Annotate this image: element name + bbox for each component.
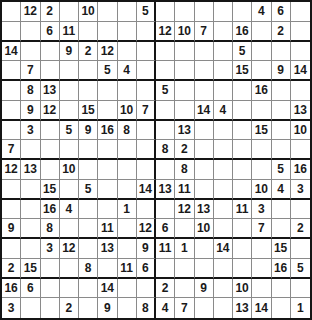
cell-r5c11-empty[interactable] (195, 81, 214, 101)
cell-r3c13-given-5[interactable]: 5 (233, 42, 252, 62)
cell-r12c16-given-2[interactable]: 2 (291, 219, 310, 239)
cell-r15c15-empty[interactable] (272, 279, 291, 299)
cell-r4c5-empty[interactable] (79, 61, 98, 81)
cell-r13c16-empty[interactable] (291, 239, 310, 259)
cell-r14c3-empty[interactable] (41, 259, 60, 279)
cell-r8c10-given-2[interactable]: 2 (175, 140, 194, 160)
cell-r7c4-given-5[interactable]: 5 (60, 121, 79, 141)
cell-r7c14-given-15[interactable]: 15 (252, 121, 271, 141)
cell-r2c15-given-2[interactable]: 2 (272, 22, 291, 42)
cell-r13c10-given-1[interactable]: 1 (175, 239, 194, 259)
cell-r16c13-given-13[interactable]: 13 (233, 298, 252, 318)
cell-r7c7-given-8[interactable]: 8 (118, 121, 137, 141)
cell-r9c12-empty[interactable] (214, 160, 233, 180)
cell-r16c11-empty[interactable] (195, 298, 214, 318)
cell-r3c16-empty[interactable] (291, 42, 310, 62)
cell-r11c2-empty[interactable] (21, 200, 40, 220)
cell-r14c13-empty[interactable] (233, 259, 252, 279)
cell-r15c2-given-6[interactable]: 6 (21, 279, 40, 299)
cell-r6c5-given-15[interactable]: 15 (79, 101, 98, 121)
cell-r15c16-empty[interactable] (291, 279, 310, 299)
cell-r15c8-empty[interactable] (137, 279, 156, 299)
cell-r2c1-empty[interactable] (2, 22, 21, 42)
cell-r7c5-given-9[interactable]: 9 (79, 121, 98, 141)
cell-r4c8-empty[interactable] (137, 61, 156, 81)
cell-r1c3-given-2[interactable]: 2 (41, 2, 60, 22)
cell-r8c13-empty[interactable] (233, 140, 252, 160)
cell-r2c11-given-7[interactable]: 7 (195, 22, 214, 42)
cell-r6c14-empty[interactable] (252, 101, 271, 121)
cell-r6c8-given-7[interactable]: 7 (137, 101, 156, 121)
cell-r7c8-empty[interactable] (137, 121, 156, 141)
cell-r13c9-given-11[interactable]: 11 (156, 239, 175, 259)
cell-r9c10-given-8[interactable]: 8 (175, 160, 194, 180)
cell-r10c11-empty[interactable] (195, 180, 214, 200)
cell-r1c13-empty[interactable] (233, 2, 252, 22)
cell-r12c12-empty[interactable] (214, 219, 233, 239)
cell-r12c4-empty[interactable] (60, 219, 79, 239)
cell-r15c14-empty[interactable] (252, 279, 271, 299)
cell-r1c16-empty[interactable] (291, 2, 310, 22)
cell-r9c4-given-10[interactable]: 10 (60, 160, 79, 180)
cell-r7c3-empty[interactable] (41, 121, 60, 141)
cell-r1c7-empty[interactable] (118, 2, 137, 22)
cell-r4c7-given-4[interactable]: 4 (118, 61, 137, 81)
cell-r2c6-empty[interactable] (98, 22, 117, 42)
cell-r8c9-given-8[interactable]: 8 (156, 140, 175, 160)
cell-r13c8-given-9[interactable]: 9 (137, 239, 156, 259)
cell-r5c16-empty[interactable] (291, 81, 310, 101)
cell-r9c11-empty[interactable] (195, 160, 214, 180)
cell-r14c15-given-16[interactable]: 16 (272, 259, 291, 279)
cell-r9c7-empty[interactable] (118, 160, 137, 180)
sudoku-puzzle: 1221054661112107162149212575415914813516… (0, 0, 312, 320)
cell-r6c15-empty[interactable] (272, 101, 291, 121)
cell-r3c12-empty[interactable] (214, 42, 233, 62)
cell-r1c4-empty[interactable] (60, 2, 79, 22)
cell-r14c10-empty[interactable] (175, 259, 194, 279)
cell-r10c13-empty[interactable] (233, 180, 252, 200)
cell-r8c6-empty[interactable] (98, 140, 117, 160)
cell-r4c12-empty[interactable] (214, 61, 233, 81)
cell-r10c14-given-10[interactable]: 10 (252, 180, 271, 200)
cell-r4c16-given-14[interactable]: 14 (291, 61, 310, 81)
cell-r13c1-empty[interactable] (2, 239, 21, 259)
cell-r12c8-given-12[interactable]: 12 (137, 219, 156, 239)
cell-r13c4-given-12[interactable]: 12 (60, 239, 79, 259)
cell-r13c5-empty[interactable] (79, 239, 98, 259)
cell-r10c5-given-5[interactable]: 5 (79, 180, 98, 200)
cell-r16c7-empty[interactable] (118, 298, 137, 318)
cell-r15c5-empty[interactable] (79, 279, 98, 299)
cell-r5c14-given-16[interactable]: 16 (252, 81, 271, 101)
cell-r4c6-given-5[interactable]: 5 (98, 61, 117, 81)
cell-r12c13-empty[interactable] (233, 219, 252, 239)
cell-r2c14-empty[interactable] (252, 22, 271, 42)
cell-r10c10-given-11[interactable]: 11 (175, 180, 194, 200)
cell-r14c14-empty[interactable] (252, 259, 271, 279)
cell-r11c12-empty[interactable] (214, 200, 233, 220)
cell-r16c2-empty[interactable] (21, 298, 40, 318)
cell-r14c9-empty[interactable] (156, 259, 175, 279)
cell-r8c12-empty[interactable] (214, 140, 233, 160)
cell-r4c3-empty[interactable] (41, 61, 60, 81)
cell-r12c6-given-11[interactable]: 11 (98, 219, 117, 239)
cell-r8c7-empty[interactable] (118, 140, 137, 160)
cell-r8c14-empty[interactable] (252, 140, 271, 160)
cell-r16c15-empty[interactable] (272, 298, 291, 318)
cell-r15c12-empty[interactable] (214, 279, 233, 299)
cell-r12c14-given-7[interactable]: 7 (252, 219, 271, 239)
cell-r16c6-given-9[interactable]: 9 (98, 298, 117, 318)
cell-r9c15-given-5[interactable]: 5 (272, 160, 291, 180)
cell-r13c15-given-15[interactable]: 15 (272, 239, 291, 259)
cell-r9c6-empty[interactable] (98, 160, 117, 180)
cell-r9c2-given-13[interactable]: 13 (21, 160, 40, 180)
cell-r3c7-empty[interactable] (118, 42, 137, 62)
cell-r8c5-empty[interactable] (79, 140, 98, 160)
cell-r6c12-given-4[interactable]: 4 (214, 101, 233, 121)
cell-r11c7-given-1[interactable]: 1 (118, 200, 137, 220)
cell-r10c8-given-14[interactable]: 14 (137, 180, 156, 200)
cell-r3c11-empty[interactable] (195, 42, 214, 62)
cell-r11c9-empty[interactable] (156, 200, 175, 220)
cell-r10c1-empty[interactable] (2, 180, 21, 200)
cell-r2c4-given-11[interactable]: 11 (60, 22, 79, 42)
cell-r13c6-given-13[interactable]: 13 (98, 239, 117, 259)
cell-r15c3-empty[interactable] (41, 279, 60, 299)
cell-r15c6-given-14[interactable]: 14 (98, 279, 117, 299)
cell-r13c14-empty[interactable] (252, 239, 271, 259)
cell-r7c11-empty[interactable] (195, 121, 214, 141)
cell-r11c6-empty[interactable] (98, 200, 117, 220)
cell-r4c1-empty[interactable] (2, 61, 21, 81)
cell-r5c13-empty[interactable] (233, 81, 252, 101)
cell-r5c15-empty[interactable] (272, 81, 291, 101)
cell-r3c4-given-9[interactable]: 9 (60, 42, 79, 62)
cell-r5c5-empty[interactable] (79, 81, 98, 101)
cell-r16c4-given-2[interactable]: 2 (60, 298, 79, 318)
cell-r6c6-empty[interactable] (98, 101, 117, 121)
cell-r9c8-empty[interactable] (137, 160, 156, 180)
cell-r4c2-given-7[interactable]: 7 (21, 61, 40, 81)
cell-r14c8-given-6[interactable]: 6 (137, 259, 156, 279)
cell-r3c9-empty[interactable] (156, 42, 175, 62)
cell-r7c10-given-13[interactable]: 13 (175, 121, 194, 141)
cell-r2c16-empty[interactable] (291, 22, 310, 42)
cell-r14c1-given-2[interactable]: 2 (2, 259, 21, 279)
cell-r14c4-empty[interactable] (60, 259, 79, 279)
cell-r16c14-given-14[interactable]: 14 (252, 298, 271, 318)
cell-r12c11-given-10[interactable]: 10 (195, 219, 214, 239)
cell-r7c9-empty[interactable] (156, 121, 175, 141)
cell-r6c1-empty[interactable] (2, 101, 21, 121)
cell-r3c8-empty[interactable] (137, 42, 156, 62)
cell-r11c13-given-11[interactable]: 11 (233, 200, 252, 220)
cell-r6c2-given-9[interactable]: 9 (21, 101, 40, 121)
cell-r3c14-empty[interactable] (252, 42, 271, 62)
cell-r5c1-empty[interactable] (2, 81, 21, 101)
cell-r6c10-empty[interactable] (175, 101, 194, 121)
cell-r12c7-empty[interactable] (118, 219, 137, 239)
cell-r16c16-given-1[interactable]: 1 (291, 298, 310, 318)
cell-r12c1-given-9[interactable]: 9 (2, 219, 21, 239)
cell-r10c15-given-4[interactable]: 4 (272, 180, 291, 200)
cell-r13c2-empty[interactable] (21, 239, 40, 259)
cell-r6c13-empty[interactable] (233, 101, 252, 121)
cell-r10c2-empty[interactable] (21, 180, 40, 200)
cell-r13c12-given-14[interactable]: 14 (214, 239, 233, 259)
cell-r1c2-given-12[interactable]: 12 (21, 2, 40, 22)
cell-r3c6-given-12[interactable]: 12 (98, 42, 117, 62)
cell-r5c3-given-13[interactable]: 13 (41, 81, 60, 101)
cell-r5c12-empty[interactable] (214, 81, 233, 101)
cell-r12c5-empty[interactable] (79, 219, 98, 239)
cell-r3c2-empty[interactable] (21, 42, 40, 62)
cell-r15c10-empty[interactable] (175, 279, 194, 299)
cell-r3c10-empty[interactable] (175, 42, 194, 62)
cell-r8c8-empty[interactable] (137, 140, 156, 160)
cell-r12c10-empty[interactable] (175, 219, 194, 239)
cell-r12c9-given-6[interactable]: 6 (156, 219, 175, 239)
cell-r16c12-empty[interactable] (214, 298, 233, 318)
cell-r15c13-given-10[interactable]: 10 (233, 279, 252, 299)
cell-r11c8-empty[interactable] (137, 200, 156, 220)
cell-r1c5-given-10[interactable]: 10 (79, 2, 98, 22)
cell-r11c15-empty[interactable] (272, 200, 291, 220)
cell-r11c5-empty[interactable] (79, 200, 98, 220)
cell-r4c14-empty[interactable] (252, 61, 271, 81)
cell-r1c6-empty[interactable] (98, 2, 117, 22)
cell-r10c3-given-15[interactable]: 15 (41, 180, 60, 200)
cell-r7c16-given-10[interactable]: 10 (291, 121, 310, 141)
cell-r2c13-given-16[interactable]: 16 (233, 22, 252, 42)
cell-r1c11-empty[interactable] (195, 2, 214, 22)
cell-r6c16-given-13[interactable]: 13 (291, 101, 310, 121)
cell-r13c11-empty[interactable] (195, 239, 214, 259)
cell-r8c3-empty[interactable] (41, 140, 60, 160)
cell-r4c9-empty[interactable] (156, 61, 175, 81)
cell-r1c9-empty[interactable] (156, 2, 175, 22)
cell-r7c1-empty[interactable] (2, 121, 21, 141)
cell-r1c10-empty[interactable] (175, 2, 194, 22)
cell-r16c3-empty[interactable] (41, 298, 60, 318)
cell-r9c16-given-16[interactable]: 16 (291, 160, 310, 180)
cell-r8c11-empty[interactable] (195, 140, 214, 160)
cell-r14c2-given-15[interactable]: 15 (21, 259, 40, 279)
cell-r2c2-empty[interactable] (21, 22, 40, 42)
cell-r2c5-empty[interactable] (79, 22, 98, 42)
cell-r14c11-empty[interactable] (195, 259, 214, 279)
cell-r9c1-given-12[interactable]: 12 (2, 160, 21, 180)
cell-r10c16-given-3[interactable]: 3 (291, 180, 310, 200)
cell-r4c15-given-9[interactable]: 9 (272, 61, 291, 81)
sudoku-board-16x16: 1221054661112107162149212575415914813516… (0, 0, 312, 320)
cell-r5c8-empty[interactable] (137, 81, 156, 101)
cell-r13c3-given-3[interactable]: 3 (41, 239, 60, 259)
cell-r2c10-given-10[interactable]: 10 (175, 22, 194, 42)
cell-r3c5-given-2[interactable]: 2 (79, 42, 98, 62)
cell-r3c3-empty[interactable] (41, 42, 60, 62)
cell-r10c7-empty[interactable] (118, 180, 137, 200)
cell-r6c3-given-12[interactable]: 12 (41, 101, 60, 121)
cell-r9c13-empty[interactable] (233, 160, 252, 180)
cell-r3c1-given-14[interactable]: 14 (2, 42, 21, 62)
cell-r5c2-given-8[interactable]: 8 (21, 81, 40, 101)
cell-r11c3-given-16[interactable]: 16 (41, 200, 60, 220)
cell-r10c4-empty[interactable] (60, 180, 79, 200)
cell-r3c15-empty[interactable] (272, 42, 291, 62)
cell-r4c4-empty[interactable] (60, 61, 79, 81)
cell-r15c4-empty[interactable] (60, 279, 79, 299)
cell-r9c9-empty[interactable] (156, 160, 175, 180)
cell-r4c13-given-15[interactable]: 15 (233, 61, 252, 81)
cell-r14c16-given-5[interactable]: 5 (291, 259, 310, 279)
cell-r1c12-empty[interactable] (214, 2, 233, 22)
cell-r14c6-empty[interactable] (98, 259, 117, 279)
cell-r2c7-empty[interactable] (118, 22, 137, 42)
cell-r8c16-empty[interactable] (291, 140, 310, 160)
cell-r5c7-empty[interactable] (118, 81, 137, 101)
cell-r7c15-empty[interactable] (272, 121, 291, 141)
cell-r11c14-given-3[interactable]: 3 (252, 200, 271, 220)
cell-r6c7-given-10[interactable]: 10 (118, 101, 137, 121)
cell-r1c8-given-5[interactable]: 5 (137, 2, 156, 22)
cell-r7c2-given-3[interactable]: 3 (21, 121, 40, 141)
cell-r2c12-empty[interactable] (214, 22, 233, 42)
cell-r7c12-empty[interactable] (214, 121, 233, 141)
cell-r8c1-given-7[interactable]: 7 (2, 140, 21, 160)
cell-r6c9-empty[interactable] (156, 101, 175, 121)
cell-r9c5-empty[interactable] (79, 160, 98, 180)
cell-r1c15-given-6[interactable]: 6 (272, 2, 291, 22)
cell-r8c4-empty[interactable] (60, 140, 79, 160)
cell-r11c11-given-13[interactable]: 13 (195, 200, 214, 220)
cell-r1c14-given-4[interactable]: 4 (252, 2, 271, 22)
cell-r12c15-empty[interactable] (272, 219, 291, 239)
cell-r13c7-empty[interactable] (118, 239, 137, 259)
cell-r6c11-given-14[interactable]: 14 (195, 101, 214, 121)
cell-r11c10-given-12[interactable]: 12 (175, 200, 194, 220)
cell-r11c4-given-4[interactable]: 4 (60, 200, 79, 220)
cell-r4c10-empty[interactable] (175, 61, 194, 81)
cell-r9c3-empty[interactable] (41, 160, 60, 180)
cell-r4c11-empty[interactable] (195, 61, 214, 81)
cell-r16c5-empty[interactable] (79, 298, 98, 318)
cell-r14c7-given-11[interactable]: 11 (118, 259, 137, 279)
cell-r10c6-empty[interactable] (98, 180, 117, 200)
cell-r12c3-given-8[interactable]: 8 (41, 219, 60, 239)
cell-r10c9-given-13[interactable]: 13 (156, 180, 175, 200)
cell-r16c10-given-7[interactable]: 7 (175, 298, 194, 318)
cell-r16c9-given-4[interactable]: 4 (156, 298, 175, 318)
cell-r8c2-empty[interactable] (21, 140, 40, 160)
cell-r11c16-empty[interactable] (291, 200, 310, 220)
cell-r5c4-empty[interactable] (60, 81, 79, 101)
cell-r16c1-given-3[interactable]: 3 (2, 298, 21, 318)
cell-r9c14-empty[interactable] (252, 160, 271, 180)
cell-r15c1-given-16[interactable]: 16 (2, 279, 21, 299)
cell-r14c5-given-8[interactable]: 8 (79, 259, 98, 279)
cell-r5c6-empty[interactable] (98, 81, 117, 101)
cell-r2c9-given-12[interactable]: 12 (156, 22, 175, 42)
cell-r15c11-given-9[interactable]: 9 (195, 279, 214, 299)
cell-r7c13-empty[interactable] (233, 121, 252, 141)
cell-r13c13-empty[interactable] (233, 239, 252, 259)
cell-r14c12-empty[interactable] (214, 259, 233, 279)
cell-r15c9-given-2[interactable]: 2 (156, 279, 175, 299)
cell-r15c7-empty[interactable] (118, 279, 137, 299)
cell-r7c6-given-16[interactable]: 16 (98, 121, 117, 141)
cell-r16c8-given-8[interactable]: 8 (137, 298, 156, 318)
cell-r2c8-empty[interactable] (137, 22, 156, 42)
cell-r8c15-empty[interactable] (272, 140, 291, 160)
cell-r10c12-empty[interactable] (214, 180, 233, 200)
cell-r12c2-empty[interactable] (21, 219, 40, 239)
cell-r5c9-given-5[interactable]: 5 (156, 81, 175, 101)
cell-r2c3-given-6[interactable]: 6 (41, 22, 60, 42)
cell-r5c10-empty[interactable] (175, 81, 194, 101)
cell-r6c4-empty[interactable] (60, 101, 79, 121)
cell-r11c1-empty[interactable] (2, 200, 21, 220)
cell-r1c1-empty[interactable] (2, 2, 21, 22)
